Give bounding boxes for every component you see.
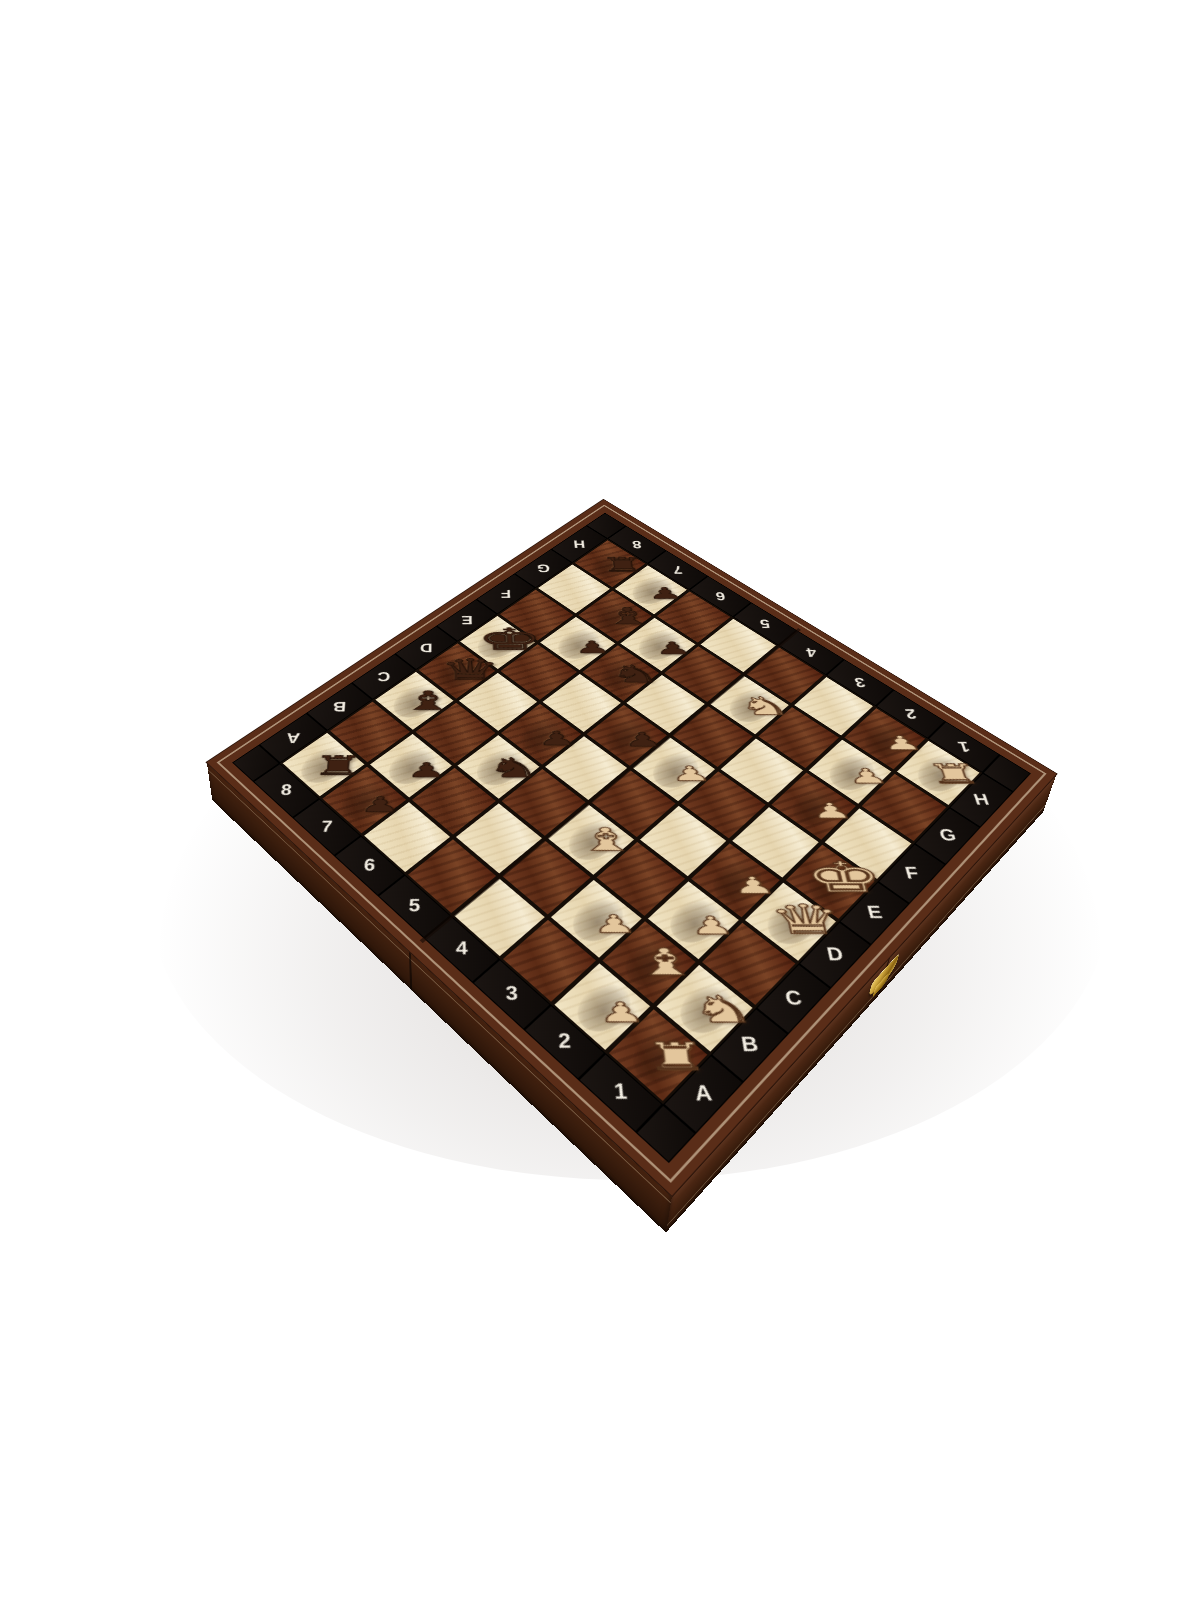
black-knight-f6[interactable]: ♞ xyxy=(609,663,661,685)
square-f1[interactable] xyxy=(822,806,915,881)
coord-label-file-h-near: H xyxy=(949,773,1013,828)
piece-shadow xyxy=(567,974,641,1041)
white-rook-h1[interactable]: ♜ xyxy=(924,762,985,787)
coord-label-rank-6-left: 6 xyxy=(334,836,405,896)
coord-label-text: D xyxy=(825,943,846,965)
coord-label-rank-4-left: 4 xyxy=(424,916,500,983)
black-rook-h8[interactable]: ♜ xyxy=(599,555,646,574)
white-pawn-d2[interactable]: ♟ xyxy=(730,874,777,896)
square-f2[interactable]: ♟ xyxy=(769,770,859,842)
white-pawn-h2[interactable]: ♟ xyxy=(880,734,925,752)
square-d3[interactable] xyxy=(637,804,729,879)
coord-label-text: 6 xyxy=(363,856,375,875)
square-b6[interactable] xyxy=(409,766,499,837)
square-b4[interactable] xyxy=(499,838,593,917)
black-king-e8[interactable]: ♚ xyxy=(477,625,544,654)
piece-shadow xyxy=(669,975,743,1043)
coord-label-file-g-near: G xyxy=(914,807,980,865)
square-c5[interactable] xyxy=(499,767,589,838)
coord-label-text: C xyxy=(783,987,804,1010)
white-knight-g4[interactable]: ♞ xyxy=(736,694,792,717)
coord-label-text: 8 xyxy=(631,538,642,550)
square-g1[interactable] xyxy=(859,772,949,844)
black-pawn-f7[interactable]: ♟ xyxy=(574,639,612,655)
coord-label-text: D xyxy=(420,640,433,654)
coord-label-file-f-near: F xyxy=(878,844,946,904)
coord-label-text: A xyxy=(693,1081,713,1107)
white-pawn-a2[interactable]: ♟ xyxy=(597,1000,646,1026)
black-knight-c6[interactable]: ♞ xyxy=(487,755,541,781)
black-bishop-c8[interactable]: ♝ xyxy=(401,689,455,714)
chess-board: ABCDEFGH8♜♝♛♚♜87♟♟♟♝♟76♞♟♞♟65♟54♝♟♞43♟32… xyxy=(232,513,1031,1163)
coord-label-rank-8-left: 8 xyxy=(253,763,320,818)
band-corner xyxy=(636,1104,696,1163)
square-a1[interactable]: ♜ xyxy=(605,1006,710,1104)
coord-label-text: 7 xyxy=(672,563,683,576)
coord-label-text: H xyxy=(573,538,586,550)
square-a6[interactable] xyxy=(361,800,453,875)
piece-shadow xyxy=(615,931,687,995)
black-pawn-a7[interactable]: ♟ xyxy=(359,795,400,815)
coord-label-text: E xyxy=(461,613,473,627)
coord-label-text: B xyxy=(332,698,346,714)
coord-label-rank-7-left: 7 xyxy=(292,799,361,856)
square-b1[interactable]: ♞ xyxy=(653,962,755,1055)
white-bishop-c4[interactable]: ♝ xyxy=(576,825,638,855)
coord-label-text: 7 xyxy=(320,818,333,837)
product-photo-stage: ABCDEFGH8♜♝♛♚♜87♟♟♟♝♟76♞♟♞♟65♟54♝♟♞43♟32… xyxy=(0,0,1200,1600)
coord-label-text: F xyxy=(903,863,921,883)
square-d4[interactable] xyxy=(588,768,678,840)
white-pawn-f2[interactable]: ♟ xyxy=(809,801,855,821)
piece-shadow xyxy=(660,891,730,952)
black-queen-d8[interactable]: ♛ xyxy=(439,656,501,684)
square-a3[interactable] xyxy=(500,917,599,1005)
coord-label-text: 6 xyxy=(714,589,726,602)
coord-label-text: 8 xyxy=(280,781,293,799)
piece-shadow xyxy=(622,1020,698,1091)
square-a7[interactable]: ♟ xyxy=(320,764,409,835)
coord-label-rank-1-left: 1 xyxy=(578,1053,663,1133)
coord-label-text: 5 xyxy=(408,896,420,917)
board-top-face: ABCDEFGH8♜♝♛♚♜87♟♟♟♝♟76♞♟♞♟65♟54♝♟♞43♟32… xyxy=(207,500,1057,1196)
piece-shadow xyxy=(703,852,771,910)
square-b3[interactable]: ♟ xyxy=(548,877,645,960)
coord-label-text: F xyxy=(501,587,512,600)
coord-label-text: 2 xyxy=(903,706,918,722)
coord-label-text: C xyxy=(377,669,391,684)
coord-label-text: 4 xyxy=(804,645,818,659)
square-e1[interactable]: ♚ xyxy=(783,842,878,921)
black-pawn-g6[interactable]: ♟ xyxy=(654,640,693,656)
coord-label-text: H xyxy=(971,791,991,809)
square-b2[interactable]: ♝ xyxy=(599,919,699,1007)
white-knight-b1[interactable]: ♞ xyxy=(689,992,756,1027)
scene: ABCDEFGH8♜♝♛♚♜87♟♟♟♝♟76♞♟♞♟65♟54♝♟♞43♟32… xyxy=(0,0,1200,1600)
coord-label-text: G xyxy=(537,562,551,575)
square-a2[interactable]: ♟ xyxy=(551,961,653,1054)
coord-label-text: 1 xyxy=(613,1079,628,1105)
coord-label-text: E xyxy=(865,902,884,923)
square-a5[interactable] xyxy=(405,837,499,916)
coord-label-text: A xyxy=(286,729,301,745)
coord-label-file-c-near: C xyxy=(756,964,831,1035)
black-rook-a8[interactable]: ♜ xyxy=(311,753,365,778)
black-pawn-b7[interactable]: ♟ xyxy=(407,761,447,780)
coord-label-file-a-near: A xyxy=(663,1055,744,1134)
white-pawn-e4[interactable]: ♟ xyxy=(669,764,712,783)
square-c1[interactable] xyxy=(699,920,799,1008)
coord-label-text: 3 xyxy=(853,675,867,690)
piece-shadow xyxy=(332,775,398,827)
square-d2[interactable]: ♟ xyxy=(688,841,783,920)
square-c3[interactable] xyxy=(594,840,689,919)
black-bishop-g7[interactable]: ♝ xyxy=(602,605,655,627)
coord-label-file-b-near: B xyxy=(711,1008,789,1083)
piece-shadow xyxy=(757,892,826,953)
coord-label-text: 2 xyxy=(557,1029,571,1053)
white-pawn-b3[interactable]: ♟ xyxy=(592,912,638,935)
coord-label-text: 3 xyxy=(505,982,518,1005)
wall-fold-seam xyxy=(409,951,412,991)
white-queen-d1[interactable]: ♛ xyxy=(766,900,847,939)
coord-label-text: B xyxy=(740,1032,761,1056)
square-c4[interactable]: ♝ xyxy=(545,802,637,877)
white-king-e1[interactable]: ♚ xyxy=(801,857,888,897)
square-c2[interactable]: ♟ xyxy=(645,879,742,962)
coord-label-text: 1 xyxy=(956,738,972,755)
white-bishop-b2[interactable]: ♝ xyxy=(632,945,701,980)
coord-label-rank-3-left: 3 xyxy=(472,959,551,1030)
coord-label-file-e-near: E xyxy=(839,882,909,946)
square-d1[interactable]: ♛ xyxy=(742,880,839,963)
piece-shadow xyxy=(559,813,626,868)
square-e2[interactable] xyxy=(729,805,821,880)
coord-label-text: 5 xyxy=(758,617,771,631)
coord-label-text: G xyxy=(937,826,959,845)
black-pawn-d6[interactable]: ♟ xyxy=(537,729,577,747)
white-rook-a1[interactable]: ♜ xyxy=(643,1039,710,1075)
chess-box: ABCDEFGH8♜♝♛♚♜87♟♟♟♝♟76♞♟♞♟65♟54♝♟♞43♟32… xyxy=(207,500,1057,1196)
white-pawn-c2[interactable]: ♟ xyxy=(688,914,736,938)
piece-shadow xyxy=(563,889,633,950)
coord-label-rank-5-left: 5 xyxy=(378,875,451,939)
coord-label-text: 4 xyxy=(456,938,468,960)
piece-shadow xyxy=(783,781,847,833)
coord-label-file-d-near: D xyxy=(799,921,872,988)
white-pawn-g2[interactable]: ♟ xyxy=(845,767,890,786)
piece-shadow xyxy=(798,854,865,912)
square-a4[interactable] xyxy=(451,876,548,959)
square-e3[interactable] xyxy=(678,769,768,841)
black-pawn-e5[interactable]: ♟ xyxy=(622,730,663,748)
square-b5[interactable] xyxy=(453,801,545,876)
black-pawn-h7[interactable]: ♟ xyxy=(647,586,684,601)
